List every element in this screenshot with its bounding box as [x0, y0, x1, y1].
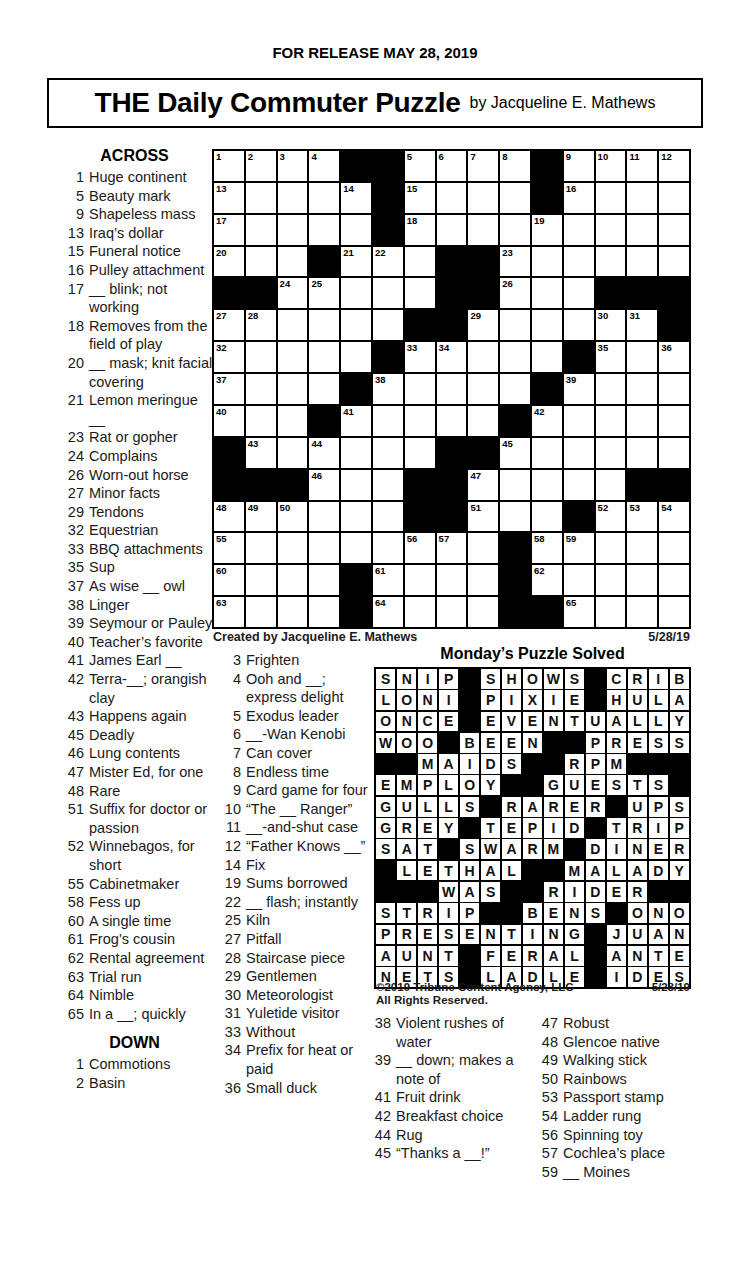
grid-cell[interactable]: 20: [214, 247, 244, 277]
grid-cell[interactable]: 59: [564, 533, 594, 563]
grid-cell[interactable]: [437, 406, 467, 436]
grid-cell[interactable]: 50: [278, 502, 308, 532]
grid-cell[interactable]: [246, 215, 276, 245]
cell-number: 47: [470, 471, 481, 481]
grid-cell[interactable]: [437, 183, 467, 213]
grid-cell[interactable]: 38: [373, 374, 403, 404]
grid-cell[interactable]: [627, 183, 657, 213]
grid-cell[interactable]: [246, 565, 276, 595]
solution-letter-cell: O: [460, 775, 479, 795]
clue-text: Meteorologist: [246, 986, 368, 1005]
grid-cell[interactable]: 49: [246, 502, 276, 532]
black-cell: [278, 470, 308, 500]
grid-cell[interactable]: [278, 406, 308, 436]
grid-cell[interactable]: 34: [437, 342, 467, 372]
grid-cell[interactable]: [596, 565, 626, 595]
cell-number: 63: [216, 598, 227, 608]
clue-number: 25: [219, 911, 246, 930]
grid-cell[interactable]: [278, 597, 308, 627]
solution-letter-cell: I: [607, 839, 626, 859]
clue-number: 24: [56, 447, 89, 466]
grid-cell[interactable]: 24: [278, 278, 308, 308]
solution-letter-cell: I: [649, 669, 668, 689]
grid-cell[interactable]: [437, 215, 467, 245]
grid-cell[interactable]: [659, 438, 689, 468]
clue-text: __-and-shut case: [246, 818, 368, 837]
cell-number: 53: [629, 503, 640, 513]
grid-cell[interactable]: 22: [373, 247, 403, 277]
solution-letter-cell: T: [397, 903, 416, 923]
solution-letter-cell: P: [523, 818, 542, 838]
black-cell: [341, 151, 371, 181]
solution-letter-cell: H: [502, 669, 521, 689]
clue-text: Shapeless mass: [89, 205, 213, 224]
grid-cell[interactable]: [596, 533, 626, 563]
grid-cell[interactable]: [341, 470, 371, 500]
across-clue: 51Suffix for doctor or passion: [56, 800, 213, 837]
clue-text: Minor facts: [89, 484, 213, 503]
grid-cell[interactable]: 58: [532, 533, 562, 563]
grid-cell[interactable]: [405, 374, 435, 404]
cell-number: 34: [439, 343, 450, 353]
grid-cell[interactable]: [246, 597, 276, 627]
grid-cell[interactable]: [246, 183, 276, 213]
grid-cell[interactable]: [246, 406, 276, 436]
solution-letter-cell: R: [418, 903, 437, 923]
black-cell: [532, 374, 562, 404]
grid-cell[interactable]: [627, 374, 657, 404]
grid-cell[interactable]: 21: [341, 247, 371, 277]
grid-cell[interactable]: [564, 438, 594, 468]
solution-letter-cell: E: [502, 946, 521, 966]
grid-cell[interactable]: [468, 183, 498, 213]
grid-cell[interactable]: 11: [627, 151, 657, 181]
cell-number: 3: [280, 152, 285, 162]
grid-cell[interactable]: [309, 502, 339, 532]
grid-cell[interactable]: [627, 533, 657, 563]
clue-text: Lung contents: [89, 744, 213, 763]
grid-cell[interactable]: 54: [659, 502, 689, 532]
cell-number: 22: [375, 248, 386, 258]
across-clue-list: 1Huge continent5Beauty mark9Shapeless ma…: [56, 168, 213, 1023]
crossword-grid[interactable]: 1234567891011121314151617181920212223242…: [212, 149, 691, 629]
grid-cell[interactable]: 19: [532, 215, 562, 245]
clue-text: Glencoe native: [563, 1033, 700, 1052]
puzzle-title: THE Daily Commuter Puzzle: [95, 87, 461, 119]
solution-letter-cell: O: [376, 712, 395, 732]
grid-cell[interactable]: 43: [246, 438, 276, 468]
grid-cell[interactable]: [500, 470, 530, 500]
grid-cell[interactable]: 16: [564, 183, 594, 213]
grid-cell[interactable]: [627, 247, 657, 277]
grid-cell[interactable]: [309, 374, 339, 404]
solution-letter-cell: R: [565, 754, 584, 774]
grid-cell[interactable]: [532, 278, 562, 308]
grid-cell[interactable]: 27: [214, 310, 244, 340]
down-clue: 14Fix: [219, 856, 368, 875]
clue-number: 41: [369, 1088, 396, 1107]
down-clue: 1Commotions: [56, 1055, 213, 1074]
grid-cell[interactable]: [278, 215, 308, 245]
cell-number: 37: [216, 375, 227, 385]
grid-cell[interactable]: 61: [373, 565, 403, 595]
cell-number: 49: [248, 503, 259, 513]
solution-letter-cell: E: [544, 903, 563, 923]
grid-cell[interactable]: 10: [596, 151, 626, 181]
grid-cell[interactable]: [659, 597, 689, 627]
clue-text: Robust: [563, 1014, 700, 1033]
grid-cell[interactable]: [309, 310, 339, 340]
grid-cell[interactable]: 41: [341, 406, 371, 436]
solution-letter-cell: U: [586, 712, 605, 732]
grid-cell[interactable]: 9: [564, 151, 594, 181]
grid-cell[interactable]: [373, 406, 403, 436]
grid-cell[interactable]: [437, 565, 467, 595]
clue-number: 44: [369, 1126, 396, 1145]
grid-cell[interactable]: 52: [596, 502, 626, 532]
grid-cell[interactable]: 1: [214, 151, 244, 181]
solution-letter-cell: H: [460, 861, 479, 881]
grid-caption: Created by Jacqueline E. Mathews 5/28/19: [213, 630, 690, 644]
grid-cell[interactable]: [373, 502, 403, 532]
grid-cell[interactable]: [596, 247, 626, 277]
cell-number: 10: [598, 152, 609, 162]
down-clue: 44Rug: [369, 1126, 528, 1145]
grid-cell[interactable]: [405, 565, 435, 595]
grid-cell[interactable]: [278, 438, 308, 468]
grid-cell[interactable]: 37: [214, 374, 244, 404]
solution-black-cell: [565, 839, 584, 859]
grid-cell[interactable]: [532, 247, 562, 277]
solution-letter-cell: I: [523, 925, 542, 945]
grid-cell[interactable]: 62: [532, 565, 562, 595]
grid-cell[interactable]: [596, 183, 626, 213]
grid-cell[interactable]: [309, 183, 339, 213]
grid-cell[interactable]: 51: [468, 502, 498, 532]
grid-cell[interactable]: [627, 406, 657, 436]
grid-cell[interactable]: [627, 342, 657, 372]
grid-cell[interactable]: [278, 342, 308, 372]
grid-cell[interactable]: 47: [468, 470, 498, 500]
grid-cell[interactable]: 48: [214, 502, 244, 532]
solution-letter-cell: R: [523, 839, 542, 859]
clue-text: BBQ attachments: [89, 540, 213, 559]
grid-cell[interactable]: [278, 183, 308, 213]
clue-text: Prefix for heat or paid: [246, 1041, 368, 1078]
grid-cell[interactable]: [532, 502, 562, 532]
grid-cell[interactable]: [596, 406, 626, 436]
clue-number: 15: [56, 242, 89, 261]
grid-cell[interactable]: [246, 374, 276, 404]
solution-letter-cell: T: [502, 925, 521, 945]
grid-cell[interactable]: 7: [468, 151, 498, 181]
grid-cell[interactable]: 14: [341, 183, 371, 213]
grid-cell[interactable]: [659, 215, 689, 245]
grid-cell[interactable]: [596, 470, 626, 500]
grid-cell[interactable]: 60: [214, 565, 244, 595]
grid-cell[interactable]: [405, 438, 435, 468]
grid-cell[interactable]: 13: [214, 183, 244, 213]
clue-number: 58: [56, 893, 89, 912]
grid-cell[interactable]: [278, 247, 308, 277]
solution-letter-cell: A: [607, 712, 626, 732]
grid-cell[interactable]: [373, 470, 403, 500]
grid-cell[interactable]: [341, 502, 371, 532]
grid-cell[interactable]: 25: [309, 278, 339, 308]
grid-cell[interactable]: [500, 183, 530, 213]
grid-cell[interactable]: [596, 597, 626, 627]
grid-cell[interactable]: 53: [627, 502, 657, 532]
clue-text: Sums borrowed: [246, 874, 368, 893]
solution-letter-cell: T: [565, 712, 584, 732]
grid-cell[interactable]: [309, 597, 339, 627]
grid-cell[interactable]: [564, 215, 594, 245]
grid-cell[interactable]: [659, 374, 689, 404]
black-cell: [405, 470, 435, 500]
clue-number: 47: [56, 763, 89, 782]
grid-cell[interactable]: 17: [214, 215, 244, 245]
grid-cell[interactable]: [437, 374, 467, 404]
grid-cell[interactable]: [532, 438, 562, 468]
grid-cell[interactable]: 35: [596, 342, 626, 372]
solution-letter-cell: S: [607, 775, 626, 795]
grid-cell[interactable]: [500, 215, 530, 245]
grid-cell[interactable]: 30: [596, 310, 626, 340]
solution-black-cell: [418, 882, 437, 902]
clue-number: 12: [219, 837, 246, 856]
grid-cell[interactable]: [405, 278, 435, 308]
clue-number: 48: [56, 782, 89, 801]
grid-cell[interactable]: [278, 565, 308, 595]
grid-cell[interactable]: [405, 597, 435, 627]
solution-black-cell: [523, 882, 542, 902]
grid-cell[interactable]: [468, 215, 498, 245]
grid-cell[interactable]: [309, 533, 339, 563]
solution-letter-cell: R: [523, 946, 542, 966]
grid-cell[interactable]: 18: [405, 215, 435, 245]
cell-number: 4: [311, 152, 316, 162]
clue-text: Iraq’s dollar: [89, 224, 213, 243]
solution-letter-cell: E: [628, 733, 647, 753]
down-clue: 36Small duck: [219, 1079, 368, 1098]
grid-cell[interactable]: [564, 470, 594, 500]
solution-black-cell: [523, 861, 542, 881]
grid-cell[interactable]: [309, 342, 339, 372]
grid-cell[interactable]: 36: [659, 342, 689, 372]
grid-cell[interactable]: 63: [214, 597, 244, 627]
grid-cell[interactable]: 45: [500, 438, 530, 468]
grid-cell[interactable]: 29: [468, 310, 498, 340]
down-clue: 3Frighten: [219, 651, 368, 670]
solution-black-cell: [376, 882, 395, 902]
grid-cell[interactable]: 57: [437, 533, 467, 563]
clue-number: 65: [56, 1005, 89, 1024]
grid-cell[interactable]: 3: [278, 151, 308, 181]
clue-text: Rainbows: [563, 1070, 700, 1089]
grid-cell[interactable]: 40: [214, 406, 244, 436]
grid-cell[interactable]: [437, 597, 467, 627]
grid-cell[interactable]: 8: [500, 151, 530, 181]
grid-cell[interactable]: [659, 406, 689, 436]
black-cell: [468, 278, 498, 308]
black-cell: [596, 278, 626, 308]
solution-letter-cell: S: [649, 775, 668, 795]
clue-number: 23: [56, 428, 89, 447]
cell-number: 41: [343, 407, 354, 417]
grid-cell[interactable]: [532, 310, 562, 340]
clue-text: Card game for four: [246, 781, 368, 800]
solution-black-cell: [586, 925, 605, 945]
grid-cell[interactable]: [309, 565, 339, 595]
grid-cell[interactable]: 33: [405, 342, 435, 372]
grid-cell[interactable]: [532, 342, 562, 372]
grid-cell[interactable]: [246, 533, 276, 563]
grid-cell[interactable]: [246, 342, 276, 372]
grid-cell[interactable]: [596, 438, 626, 468]
clue-number: 31: [219, 1004, 246, 1023]
cell-number: 43: [248, 439, 259, 449]
grid-cell[interactable]: [341, 533, 371, 563]
grid-cell[interactable]: [468, 374, 498, 404]
grid-cell[interactable]: [596, 215, 626, 245]
across-clue: 18Removes from the field of play: [56, 317, 213, 354]
grid-cell[interactable]: [627, 565, 657, 595]
grid-cell[interactable]: [564, 406, 594, 436]
grid-cell[interactable]: [405, 247, 435, 277]
grid-cell[interactable]: [341, 438, 371, 468]
across-clue: 63Trial run: [56, 968, 213, 987]
grid-cell[interactable]: [500, 502, 530, 532]
cell-number: 46: [311, 471, 322, 481]
grid-cell[interactable]: [373, 278, 403, 308]
grid-cell[interactable]: [532, 470, 562, 500]
grid-cell[interactable]: [309, 215, 339, 245]
across-clue: 43Happens again: [56, 707, 213, 726]
grid-cell[interactable]: 55: [214, 533, 244, 563]
solution-letter-cell: J: [607, 925, 626, 945]
cell-number: 7: [470, 152, 475, 162]
grid-cell[interactable]: [627, 215, 657, 245]
clue-text: __ Moines: [563, 1163, 700, 1182]
cell-number: 30: [598, 311, 609, 321]
grid-cell[interactable]: [627, 438, 657, 468]
solution-letter-cell: A: [670, 690, 689, 710]
grid-cell[interactable]: 56: [405, 533, 435, 563]
grid-cell[interactable]: 65: [564, 597, 594, 627]
down-clue: 29Gentlemen: [219, 967, 368, 986]
grid-cell[interactable]: 4: [309, 151, 339, 181]
grid-cell[interactable]: 64: [373, 597, 403, 627]
across-clue: 58Fess up: [56, 893, 213, 912]
grid-cell[interactable]: 26: [500, 278, 530, 308]
grid-cell[interactable]: 32: [214, 342, 244, 372]
grid-cell[interactable]: [246, 247, 276, 277]
grid-cell[interactable]: [564, 278, 594, 308]
grid-cell[interactable]: [468, 533, 498, 563]
grid-cell[interactable]: [341, 215, 371, 245]
grid-cell[interactable]: [373, 533, 403, 563]
grid-cell[interactable]: 42: [532, 406, 562, 436]
black-cell: [309, 247, 339, 277]
solution-black-cell: [481, 903, 500, 923]
grid-cell[interactable]: [564, 247, 594, 277]
solution-letter-cell: S: [670, 733, 689, 753]
grid-cell[interactable]: [627, 597, 657, 627]
clue-text: Winnebagos, for short: [89, 837, 213, 874]
across-clue: 27Minor facts: [56, 484, 213, 503]
solution-letter-cell: E: [607, 882, 626, 902]
grid-cell[interactable]: [659, 565, 689, 595]
grid-cell[interactable]: [500, 310, 530, 340]
grid-cell[interactable]: [405, 406, 435, 436]
grid-cell[interactable]: [278, 374, 308, 404]
grid-cell[interactable]: [278, 533, 308, 563]
clue-text: __ blink; not working: [89, 280, 213, 317]
solution-letter-cell: P: [481, 690, 500, 710]
grid-cell[interactable]: 46: [309, 470, 339, 500]
black-cell: [309, 406, 339, 436]
grid-cell[interactable]: 39: [564, 374, 594, 404]
grid-cell[interactable]: 5: [405, 151, 435, 181]
solution-letter-cell: P: [649, 797, 668, 817]
solution-letter-cell: D: [586, 839, 605, 859]
grid-cell[interactable]: [596, 374, 626, 404]
grid-cell[interactable]: 6: [437, 151, 467, 181]
solution-letter-cell: P: [418, 775, 437, 795]
grid-cell[interactable]: [564, 310, 594, 340]
clue-text: Violent rushes of water: [396, 1014, 528, 1051]
across-clue: 52Winnebagos, for short: [56, 837, 213, 874]
clue-text: __-Wan Kenobi: [246, 725, 368, 744]
grid-cell[interactable]: [564, 565, 594, 595]
grid-cell[interactable]: [659, 183, 689, 213]
solution-black-cell: [523, 775, 542, 795]
black-cell: [437, 278, 467, 308]
solution-black-cell: [502, 882, 521, 902]
grid-cell[interactable]: 44: [309, 438, 339, 468]
clue-number: 43: [56, 707, 89, 726]
grid-cell[interactable]: [278, 310, 308, 340]
grid-cell[interactable]: [500, 374, 530, 404]
grid-cell[interactable]: 28: [246, 310, 276, 340]
clue-text: Tendons: [89, 503, 213, 522]
grid-cell[interactable]: [341, 310, 371, 340]
grid-cell[interactable]: 12: [659, 151, 689, 181]
grid-cell[interactable]: [468, 406, 498, 436]
grid-cell[interactable]: [468, 597, 498, 627]
cell-number: 21: [343, 248, 354, 258]
grid-cell[interactable]: 23: [500, 247, 530, 277]
grid-cell[interactable]: [341, 342, 371, 372]
grid-cell[interactable]: [468, 342, 498, 372]
cell-number: 58: [534, 534, 545, 544]
solution-letter-cell: R: [628, 669, 647, 689]
grid-cell[interactable]: 2: [246, 151, 276, 181]
solution-black-cell: [586, 946, 605, 966]
grid-cell[interactable]: 15: [405, 183, 435, 213]
cell-number: 28: [248, 311, 259, 321]
grid-cell[interactable]: [341, 278, 371, 308]
grid-cell[interactable]: [373, 438, 403, 468]
grid-cell[interactable]: 31: [627, 310, 657, 340]
grid-cell[interactable]: [373, 310, 403, 340]
solved-title: Monday’s Puzzle Solved: [374, 645, 691, 663]
grid-cell[interactable]: [659, 533, 689, 563]
black-cell: [564, 342, 594, 372]
grid-cell[interactable]: [468, 565, 498, 595]
grid-cell[interactable]: [500, 342, 530, 372]
grid-cell[interactable]: [659, 247, 689, 277]
